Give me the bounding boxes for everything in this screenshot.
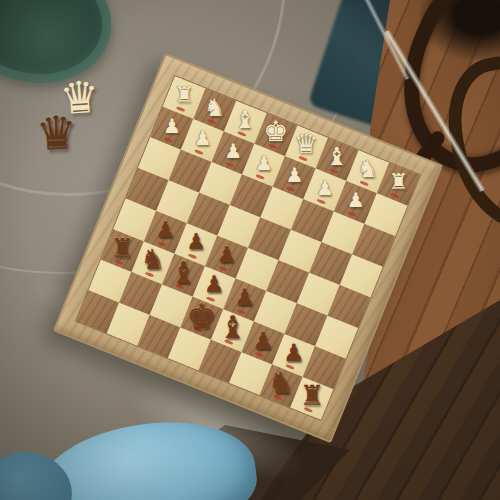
white-pawn-piece[interactable]: ♟: [285, 165, 303, 185]
black-pawn-piece[interactable]: ♟: [252, 328, 274, 352]
white-pawn-piece[interactable]: ♟: [193, 128, 211, 148]
black-pawn-piece[interactable]: ♟: [155, 218, 175, 240]
white-knight-piece[interactable]: ♞: [357, 157, 379, 181]
white-bishop-piece[interactable]: ♝: [326, 144, 348, 169]
black-bishop-piece[interactable]: ♝: [170, 257, 197, 287]
white-pawn-piece[interactable]: ♟: [255, 152, 273, 172]
white-pawn-piece[interactable]: ♟: [163, 115, 181, 135]
white-pawn-piece[interactable]: ♟: [346, 189, 364, 209]
white-bishop-piece[interactable]: ♝: [234, 107, 256, 132]
black-pawn-piece[interactable]: ♟: [234, 286, 255, 309]
black-pawn-piece[interactable]: ♟: [217, 243, 237, 265]
white-rook-piece[interactable]: ♜: [388, 170, 408, 192]
white-king-piece[interactable]: ♚: [263, 118, 288, 146]
black-rook-piece[interactable]: ♜: [299, 381, 324, 409]
black-bishop-piece[interactable]: ♝: [218, 312, 246, 343]
scene-photo: ♜♞♝♚♛♝♞♜♟♟♟♟♟♟♟♟♟♟♜♞♝♟♟♚♝♟♟♞♜ ♛ ♛: [0, 0, 500, 500]
white-knight-piece[interactable]: ♞: [204, 95, 226, 119]
white-rook-piece[interactable]: ♜: [174, 84, 194, 106]
black-king-piece[interactable]: ♚: [187, 298, 217, 332]
black-pawn-piece[interactable]: ♟: [204, 273, 225, 296]
white-queen-piece[interactable]: ♛: [294, 131, 318, 158]
white-pawn-piece[interactable]: ♟: [224, 140, 242, 160]
black-pawn-piece[interactable]: ♟: [283, 340, 305, 364]
black-rook-piece[interactable]: ♜: [111, 235, 134, 261]
black-pawn-piece[interactable]: ♟: [186, 231, 206, 253]
black-knight-piece[interactable]: ♞: [268, 368, 295, 398]
captured-black-queen[interactable]: ♛: [35, 109, 79, 157]
black-knight-piece[interactable]: ♞: [140, 246, 165, 274]
white-pawn-piece[interactable]: ♟: [316, 177, 334, 197]
